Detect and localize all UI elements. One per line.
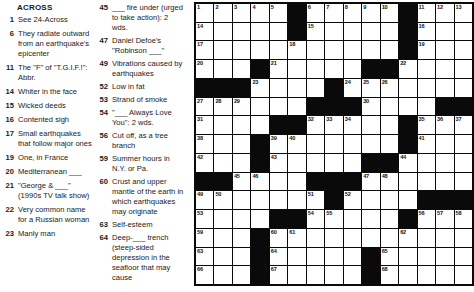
clue-item-1-across[interactable]: 1See 24-Across [2,15,94,25]
grid-cell-r15c12[interactable] [399,266,416,284]
grid-cell-r3c3[interactable] [233,41,250,59]
grid-cell-r11c10[interactable] [362,191,379,209]
grid-cell-r6c5[interactable] [270,98,287,116]
clue-list-column-1: ACROSS 1See 24-Across6They radiate outwa… [2,3,94,243]
grid-cell-r10c12[interactable] [399,173,416,191]
grid-cell-r1c13[interactable]: 11 [418,4,435,22]
clue-text: The "F" of "T.G.I.F.!": Abbr. [18,63,94,83]
grid-cell-r5c5[interactable] [270,79,287,97]
grid-cell-black-r5c8 [325,79,342,97]
grid-cell-r2c14[interactable] [436,23,453,41]
grid-cell-r12c10[interactable] [362,210,379,228]
grid-cell-r4c3[interactable] [233,60,250,78]
cell-number: 11 [419,4,425,11]
cell-number: 22 [400,60,406,67]
grid-cell-r7c3[interactable] [233,116,250,134]
cell-number: 26 [382,79,388,86]
grid-cell-r11c1[interactable]: 49 [196,191,213,209]
clue-item-49-across[interactable]: 49Vibrations caused by earthquakes [96,59,184,79]
grid-cell-black-r6c8 [325,98,342,116]
clue-text: Manly man [18,229,94,239]
cell-number: 18 [289,41,295,48]
clue-item-63-across[interactable]: 63Self-esteem [96,220,184,230]
grid-cell-r7c15[interactable]: 37 [455,116,472,134]
clue-item-60-across[interactable]: 60Crust and upper mantle of the earth in… [96,177,184,217]
grid-cell-r7c10[interactable] [362,116,379,134]
clue-number: 59 [96,154,108,174]
cell-number: 37 [456,116,462,123]
clue-text: Cut off, as a tree branch [112,131,184,151]
grid-cell-r3c5[interactable] [270,41,287,59]
grid-cell-black-r4c4 [251,60,268,78]
grid-cell-r13c5[interactable]: 60 [270,229,287,247]
grid-cell-black-r14c4 [251,248,268,266]
grid-cell-r14c13[interactable] [418,248,435,266]
grid-cell-r1c7[interactable]: 6 [307,4,324,22]
across-header: ACROSS [2,3,94,12]
grid-cell-r2c8[interactable] [325,23,342,41]
cell-number: 36 [437,116,443,123]
grid-cell-r9c2[interactable] [214,154,231,172]
clue-text: Whiter in the face [18,87,94,97]
grid-cell-r4c13[interactable] [418,60,435,78]
grid-cell-r11c9[interactable]: 52 [344,191,361,209]
cell-number: 34 [345,116,351,123]
grid-cell-black-r12c6 [288,210,305,228]
cell-number: 21 [271,60,277,67]
grid-cell-r12c2[interactable] [214,210,231,228]
grid-cell-r9c12[interactable]: 44 [399,154,416,172]
clue-item-59-across[interactable]: 59Summer hours in N.Y. or Pa. [96,154,184,174]
grid-cell-r5c15[interactable] [455,79,472,97]
clue-item-21-across[interactable]: 21"George & ___" (1990s TV talk show) [2,181,94,201]
clue-number: 47 [96,36,108,56]
grid-cell-r1c14[interactable]: 12 [436,4,453,22]
grid-cell-black-r10c9 [344,173,361,191]
grid-cell-r6c1[interactable]: 27 [196,98,213,116]
grid-cell-r6c11[interactable] [381,98,398,116]
clue-text: They radiate outward from an earthquake'… [18,29,94,59]
grid-cell-black-r9c4 [251,154,268,172]
clue-item-22-across[interactable]: 22Very common name for a Russian woman [2,205,94,225]
grid-cell-r2c7[interactable]: 15 [307,23,324,41]
grid-cell-r5c7[interactable] [307,79,324,97]
cell-number: 42 [197,154,203,161]
clue-text: Wicked deeds [18,101,94,111]
grid-cell-r9c1[interactable]: 42 [196,154,213,172]
grid-cell-r13c15[interactable] [455,229,472,247]
cell-number: 1 [197,4,200,11]
grid-cell-r1c11[interactable]: 10 [381,4,398,22]
clue-number: 1 [2,15,14,25]
grid-cell-r2c13[interactable]: 16 [418,23,435,41]
grid-cell-r2c3[interactable] [233,23,250,41]
grid-cell-r8c3[interactable] [233,135,250,153]
clue-item-17-across[interactable]: 17Small earthquakes that follow major on… [2,129,94,149]
clue-text: Self-esteem [112,220,184,230]
grid-cell-r14c3[interactable] [233,248,250,266]
cell-number: 52 [345,191,351,198]
across-clues-group-1: 1See 24-Across6They radiate outward from… [2,15,94,239]
grid-cell-black-r8c4 [251,135,268,153]
grid-cell-r6c2[interactable]: 28 [214,98,231,116]
grid-cell-r3c9[interactable] [344,41,361,59]
grid-cell-r14c6[interactable] [288,248,305,266]
grid-cell-r6c13[interactable] [418,98,435,116]
grid-cell-r3c6[interactable]: 18 [288,41,305,59]
grid-cell-r12c15[interactable]: 58 [455,210,472,228]
cell-number: 23 [252,79,258,86]
clue-item-16-across[interactable]: 16Contented sigh [2,115,94,125]
grid-cell-r5c11[interactable]: 26 [381,79,398,97]
grid-cell-r10c4[interactable]: 46 [251,173,268,191]
grid-cell-r12c7[interactable]: 54 [307,210,324,228]
clue-item-23-across[interactable]: 23Manly man [2,229,94,239]
grid-cell-r2c11[interactable] [381,23,398,41]
grid-cell-black-r10c7 [307,173,324,191]
grid-cell-r2c5[interactable] [270,23,287,41]
grid-cell-r3c7[interactable] [307,41,324,59]
clue-item-53-across[interactable]: 53Strand of smoke [96,95,184,105]
clue-text: "George & ___" (1990s TV talk show) [18,181,94,201]
crossword-puzzle-page: ACROSS 1See 24-Across6They radiate outwa… [0,0,474,292]
grid-cell-r7c7[interactable]: 32 [307,116,324,134]
grid-cell-r8c2[interactable] [214,135,231,153]
clue-item-45-across[interactable]: 45___ fire under (urged to take action):… [96,3,184,33]
clue-item-19-across[interactable]: 19One, in France [2,153,94,163]
grid-cell-r14c14[interactable] [436,248,453,266]
grid-cell-r11c7[interactable]: 51 [307,191,324,209]
clue-number: 64 [96,233,108,283]
grid-cell-r12c14[interactable]: 57 [436,210,453,228]
grid-cell-r7c13[interactable]: 35 [418,116,435,134]
cell-number: 40 [289,135,295,142]
grid-cell-r6c4[interactable] [251,98,268,116]
clue-number: 23 [2,229,14,239]
grid-cell-r13c13[interactable] [418,229,435,247]
clue-item-20-across[interactable]: 20Mediterranean ___ [2,167,94,177]
grid-cell-r12c11[interactable] [381,210,398,228]
grid-cell-r14c8[interactable] [325,248,342,266]
clue-number: 45 [96,3,108,33]
cell-number: 66 [197,266,203,273]
grid-cell-r2c1[interactable]: 14 [196,23,213,41]
grid-cell-r14c15[interactable] [455,248,472,266]
grid-cell-r9c3[interactable] [233,154,250,172]
grid-cell-black-r5c3 [233,79,250,97]
clue-item-14-across[interactable]: 14Whiter in the face [2,87,94,97]
grid-cell-r9c8[interactable] [325,154,342,172]
grid-cell-r12c4[interactable] [251,210,268,228]
cell-number: 54 [308,210,314,217]
grid-cell-r4c14[interactable] [436,60,453,78]
cell-number: 31 [197,116,203,123]
clue-item-54-across[interactable]: 54"___ Always Love You": 2 wds. [96,108,184,128]
grid-cell-r13c2[interactable] [214,229,231,247]
grid-cell-r11c11[interactable] [381,191,398,209]
grid-cell-r15c1[interactable]: 66 [196,266,213,284]
grid-cell-r7c11[interactable] [381,116,398,134]
grid-cell-r2c15[interactable] [455,23,472,41]
cell-number: 28 [215,98,221,105]
grid-cell-r8c5[interactable]: 39 [270,135,287,153]
clue-number: 20 [2,167,14,177]
grid-cell-r13c6[interactable]: 61 [288,229,305,247]
grid-cell-r10c14[interactable] [436,173,453,191]
clue-text: Crust and upper mantle of the earth in w… [112,177,184,217]
cell-number: 12 [437,4,443,11]
grid-cell-black-r4c10 [362,60,379,78]
cell-number: 59 [197,229,203,236]
grid-cell-r13c14[interactable] [436,229,453,247]
grid-cell-r3c14[interactable] [436,41,453,59]
cell-number: 15 [308,23,314,30]
grid-cell-r4c7[interactable] [307,60,324,78]
grid-cell-r13c1[interactable]: 59 [196,229,213,247]
grid-cell-r14c2[interactable] [214,248,231,266]
grid-cell-r7c2[interactable] [214,116,231,134]
grid-cell-r14c7[interactable] [307,248,324,266]
clue-item-6-across[interactable]: 6They radiate outward from an earthquake… [2,29,94,59]
grid-cell-r4c6[interactable] [288,60,305,78]
grid-cell-r11c5[interactable] [270,191,287,209]
grid-cell-black-r10c8 [325,173,342,191]
cell-number: 56 [419,210,425,217]
grid-cell-r1c15[interactable]: 13 [455,4,472,22]
grid-cell-black-r10c2 [214,173,231,191]
grid-cell-r12c9[interactable] [344,210,361,228]
clue-number: 17 [2,129,14,149]
grid-cell-r13c3[interactable] [233,229,250,247]
cell-number: 61 [289,229,295,236]
grid-cell-r4c9[interactable] [344,60,361,78]
grid-cell-r13c8[interactable] [325,229,342,247]
grid-cell-r15c5[interactable]: 67 [270,266,287,284]
grid-cell-r3c15[interactable] [455,41,472,59]
clue-item-11-across[interactable]: 11The "F" of "T.G.I.F.!": Abbr. [2,63,94,83]
grid-cell-r1c2[interactable]: 2 [214,4,231,22]
grid-cell-r15c15[interactable] [455,266,472,284]
grid-cell-r15c13[interactable] [418,266,435,284]
grid-cell-r8c7[interactable] [307,135,324,153]
clue-number: 11 [2,63,14,83]
grid-cell-r5c12[interactable] [399,79,416,97]
grid-cell-r10c11[interactable]: 48 [381,173,398,191]
grid-cell-r12c13[interactable]: 56 [418,210,435,228]
clue-number: 15 [2,101,14,111]
grid-cell-r5c13[interactable] [418,79,435,97]
grid-cell-black-r6c7 [307,98,324,116]
grid-cell-r1c10[interactable]: 9 [362,4,379,22]
grid-cell-r4c1[interactable]: 20 [196,60,213,78]
grid-cell-r10c3[interactable]: 45 [233,173,250,191]
clue-item-64-across[interactable]: 64Deep-___ trench (steep-sided depressio… [96,233,184,283]
grid-cell-r8c15[interactable] [455,135,472,153]
grid-cell-r5c4[interactable]: 23 [251,79,268,97]
grid-cell-r9c13[interactable] [418,154,435,172]
grid-cell-r4c8[interactable] [325,60,342,78]
grid-cell-r9c5[interactable]: 43 [270,154,287,172]
grid-cell-r9c15[interactable] [455,154,472,172]
grid-cell-r10c13[interactable] [418,173,435,191]
cell-number: 60 [271,229,277,236]
grid-cell-r9c14[interactable] [436,154,453,172]
grid-cell-r6c10[interactable]: 30 [362,98,379,116]
grid-cell-r8c11[interactable] [381,135,398,153]
grid-cell-r9c7[interactable] [307,154,324,172]
clue-text: Strand of smoke [112,95,184,105]
grid-cell-r13c11[interactable] [381,229,398,247]
cell-number: 5 [271,4,274,11]
grid-cell-r10c6[interactable] [288,173,305,191]
grid-cell-r14c9[interactable] [344,248,361,266]
grid-cell-r7c8[interactable]: 33 [325,116,342,134]
grid-cell-r8c1[interactable]: 38 [196,135,213,153]
grid-cell-r5c6[interactable] [288,79,305,97]
grid-cell-r14c1[interactable]: 63 [196,248,213,266]
grid-cell-r13c10[interactable] [362,229,379,247]
grid-cell-r4c2[interactable] [214,60,231,78]
grid-cell-r15c3[interactable] [233,266,250,284]
cell-number: 50 [215,191,221,198]
cell-number: 7 [326,4,329,11]
grid-cell-r14c11[interactable]: 65 [381,248,398,266]
clue-item-56-across[interactable]: 56Cut off, as a tree branch [96,131,184,151]
grid-cell-r5c10[interactable]: 25 [362,79,379,97]
grid-cell-r2c2[interactable] [214,23,231,41]
grid-cell-black-r11c14 [436,191,453,209]
grid-cell-r9c9[interactable] [344,154,361,172]
grid-cell-r11c2[interactable]: 50 [214,191,231,209]
grid-cell-black-r12c12 [399,210,416,228]
grid-cell-r8c14[interactable] [436,135,453,153]
grid-cell-r5c9[interactable]: 24 [344,79,361,97]
cell-number: 30 [363,98,369,105]
grid-cell-r1c4[interactable]: 4 [251,4,268,22]
grid-cell-r1c1[interactable]: 1 [196,4,213,22]
clue-number: 22 [2,205,14,225]
grid-cell-r3c13[interactable]: 19 [418,41,435,59]
grid-cell-r15c8[interactable] [325,266,342,284]
grid-cell-r5c14[interactable] [436,79,453,97]
grid-cell-r15c14[interactable] [436,266,453,284]
grid-cell-r2c10[interactable] [362,23,379,41]
clue-item-52-across[interactable]: 52Low in fat [96,82,184,92]
clue-number: 63 [96,220,108,230]
grid-cell-r14c12[interactable] [399,248,416,266]
clue-list-column-2: 45___ fire under (urged to take action):… [96,3,184,286]
grid-cell-r14c5[interactable]: 64 [270,248,287,266]
cell-number: 6 [308,4,311,11]
grid-cell-r4c15[interactable] [455,60,472,78]
clue-text: Vibrations caused by earthquakes [112,59,184,79]
grid-cell-r7c9[interactable]: 34 [344,116,361,134]
grid-cell-r6c6[interactable] [288,98,305,116]
clue-text: One, in France [18,153,94,163]
clue-item-15-across[interactable]: 15Wicked deeds [2,101,94,111]
cell-number: 9 [363,4,366,11]
cell-number: 65 [382,248,388,255]
grid-cell-r1c8[interactable]: 7 [325,4,342,22]
grid-cell-r11c4[interactable] [251,191,268,209]
grid-cell-r13c9[interactable] [344,229,361,247]
grid-cell-r11c6[interactable] [288,191,305,209]
clue-text: "___ Always Love You": 2 wds. [112,108,184,128]
grid-cell-r15c2[interactable] [214,266,231,284]
grid-cell-r3c4[interactable] [251,41,268,59]
cell-number: 19 [419,41,425,48]
grid-cell-r3c2[interactable] [214,41,231,59]
crossword-grid: 1234567891011121314151617181920212223242… [194,2,474,286]
cell-number: 14 [197,23,203,30]
grid-cell-r8c8[interactable] [325,135,342,153]
grid-cell-r3c11[interactable] [381,41,398,59]
grid-cell-r15c11[interactable]: 68 [381,266,398,284]
grid-cell-r15c6[interactable] [288,266,305,284]
clue-number: 53 [96,95,108,105]
grid-cell-r8c13[interactable]: 41 [418,135,435,153]
grid-cell-r12c3[interactable] [233,210,250,228]
cell-number: 4 [252,4,255,11]
grid-cell-r3c8[interactable] [325,41,342,59]
grid-cell-r4c5[interactable]: 21 [270,60,287,78]
grid-cell-r3c1[interactable]: 17 [196,41,213,59]
grid-cell-r4c12[interactable]: 22 [399,60,416,78]
grid-cell-r11c12[interactable] [399,191,416,209]
clue-text: Contented sigh [18,115,94,125]
grid-cell-r10c10[interactable]: 47 [362,173,379,191]
cell-number: 16 [419,23,425,30]
grid-cell-r1c3[interactable]: 3 [233,4,250,22]
grid-cell-black-r15c4 [251,266,268,284]
grid-cell-black-r7c12 [399,116,416,134]
grid-cell-r7c4[interactable] [251,116,268,134]
grid-cell-r1c5[interactable]: 5 [270,4,287,22]
grid-cell-r15c9[interactable] [344,266,361,284]
cell-number: 63 [197,248,203,255]
grid-cell-r13c7[interactable] [307,229,324,247]
grid-cell-r3c10[interactable] [362,41,379,59]
grid-cell-r2c4[interactable] [251,23,268,41]
grid-cell-r7c1[interactable]: 31 [196,116,213,134]
cell-number: 58 [456,210,462,217]
grid-cell-black-r1c6 [288,4,305,22]
grid-cell-r6c12[interactable] [399,98,416,116]
grid-cell-r10c15[interactable] [455,173,472,191]
grid-cell-black-r8c12 [399,135,416,153]
grid-cell-r7c14[interactable]: 36 [436,116,453,134]
grid-cell-r9c6[interactable] [288,154,305,172]
grid-cell-r15c7[interactable] [307,266,324,284]
grid-cell-r10c5[interactable] [270,173,287,191]
grid-cell-r2c9[interactable] [344,23,361,41]
grid-cell-r13c12[interactable]: 62 [399,229,416,247]
cell-number: 39 [271,135,277,142]
grid-cell-r8c6[interactable]: 40 [288,135,305,153]
grid-cell-r12c8[interactable]: 55 [325,210,342,228]
grid-cell-r8c10[interactable] [362,135,379,153]
grid-cell-r11c3[interactable] [233,191,250,209]
clue-number: 56 [96,131,108,151]
grid-cell-r1c9[interactable]: 8 [344,4,361,22]
grid-cell-r8c9[interactable] [344,135,361,153]
cell-number: 35 [419,116,425,123]
grid-cell-black-r11c15 [455,191,472,209]
grid-cell-black-r14c10 [362,248,379,266]
clue-item-47-across[interactable]: 47Daniel Defoe's "Robinson ___" [96,36,184,56]
grid-cell-r12c1[interactable]: 53 [196,210,213,228]
grid-cell-r6c3[interactable]: 29 [233,98,250,116]
